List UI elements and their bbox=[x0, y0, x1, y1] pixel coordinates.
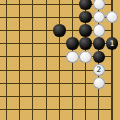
black-stone-c9r4: 1 bbox=[106, 37, 119, 50]
black-stone-c7r3 bbox=[79, 24, 92, 37]
grid-vline bbox=[6, 0, 7, 120]
black-stone-c7r1 bbox=[79, 0, 92, 10]
grid-hline bbox=[0, 109, 113, 110]
white-stone-c8r7 bbox=[93, 77, 106, 90]
white-stone-c6r5 bbox=[66, 51, 79, 64]
white-stone-c8r6: 2 bbox=[93, 64, 106, 77]
black-stone-c8r5 bbox=[93, 51, 106, 64]
black-stone-c6r4 bbox=[66, 37, 79, 50]
grid-vline bbox=[46, 0, 47, 120]
grid-vline bbox=[32, 0, 33, 120]
white-stone-c8r1 bbox=[93, 0, 106, 10]
move-number-label: 1 bbox=[110, 40, 115, 48]
white-stone-c7r5 bbox=[79, 51, 92, 64]
white-stone-c8r3 bbox=[93, 24, 106, 37]
move-number-label: 2 bbox=[97, 66, 102, 74]
black-stone-c8r4 bbox=[93, 37, 106, 50]
black-stone-c7r2 bbox=[79, 11, 92, 24]
black-stone-c5r3 bbox=[53, 24, 66, 37]
go-board[interactable]: 12 bbox=[0, 0, 120, 120]
black-stone-c7r4 bbox=[79, 37, 92, 50]
grid-vline bbox=[59, 0, 60, 120]
white-stone-c9r2 bbox=[106, 11, 119, 24]
white-stone-c8r2 bbox=[93, 11, 106, 24]
grid-vline bbox=[19, 0, 20, 120]
grid-hline bbox=[0, 96, 113, 97]
